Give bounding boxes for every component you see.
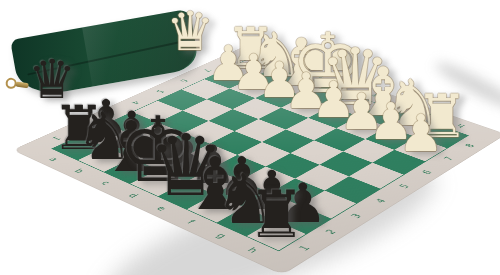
chess-set-photo: abcdefgh abcdefgh 87654321 87654321 ♜♞♝♚… [0,0,500,275]
pieces-layer: ♜♞♝♚♛♝♞♜♟♟♟♟♟♟♟♟♜♞♝♚♛♝♞♜♟♟♟♟♟♟♟♟♛♛ [0,0,500,275]
piece-white-pawn-h7[interactable]: ♟ [398,108,444,159]
piece-black-rook-h1[interactable]: ♜ [247,183,305,248]
